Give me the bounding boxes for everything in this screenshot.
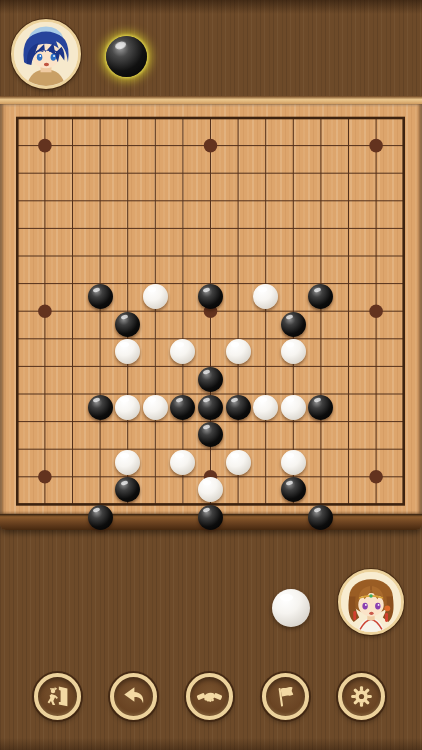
- stone-black: [308, 395, 333, 420]
- gear-icon: [348, 683, 375, 710]
- resign-button[interactable]: [262, 673, 309, 720]
- stone-white: [143, 395, 168, 420]
- stone-white: [253, 284, 278, 309]
- stone-white: [115, 450, 140, 475]
- white-player-stone-indicator: [272, 589, 310, 627]
- stone-white: [226, 339, 251, 364]
- stone-black: [115, 477, 140, 502]
- blue-haired-avatar-art: [14, 22, 78, 86]
- toolbar: [34, 672, 385, 720]
- stone-black: [88, 284, 113, 309]
- stone-white: [170, 450, 195, 475]
- star-point: [204, 139, 218, 153]
- stone-black: [198, 367, 223, 392]
- stone-white: [115, 339, 140, 364]
- board-stones: [4, 200, 418, 614]
- stone-white: [115, 395, 140, 420]
- stone-black: [170, 395, 195, 420]
- stone-white: [143, 284, 168, 309]
- gomoku-board[interactable]: [0, 96, 422, 530]
- stone-white: [198, 477, 223, 502]
- undo-arrow-icon: [120, 683, 147, 710]
- stone-black: [281, 477, 306, 502]
- stone-black: [308, 505, 333, 530]
- stone-black: [88, 505, 113, 530]
- stone-white: [170, 339, 195, 364]
- draw-offer-button[interactable]: [186, 673, 233, 720]
- stone-black: [226, 395, 251, 420]
- stone-white: [253, 395, 278, 420]
- stone-white: [281, 339, 306, 364]
- stone-black: [198, 505, 223, 530]
- stone-black: [198, 422, 223, 447]
- stone-black: [88, 395, 113, 420]
- player-bottom-avatar: [338, 569, 404, 635]
- stone-white: [281, 450, 306, 475]
- stone-white: [281, 395, 306, 420]
- stone-black: [281, 312, 306, 337]
- exit-button[interactable]: [34, 673, 81, 720]
- handshake-icon: [196, 683, 223, 710]
- player-top-avatar: [11, 19, 81, 89]
- flag-icon: [272, 683, 299, 710]
- star-point: [369, 139, 383, 153]
- stone-black: [198, 395, 223, 420]
- auburn-haired-avatar-art: [341, 572, 401, 632]
- stone-black: [308, 284, 333, 309]
- settings-button[interactable]: [338, 673, 385, 720]
- stone-black: [115, 312, 140, 337]
- star-point: [38, 139, 52, 153]
- undo-button[interactable]: [110, 673, 157, 720]
- stone-black: [198, 284, 223, 309]
- game-screen: [0, 0, 422, 750]
- stone-white: [226, 450, 251, 475]
- black-turn-indicator-stone: [106, 36, 147, 77]
- exit-door-icon: [44, 683, 71, 710]
